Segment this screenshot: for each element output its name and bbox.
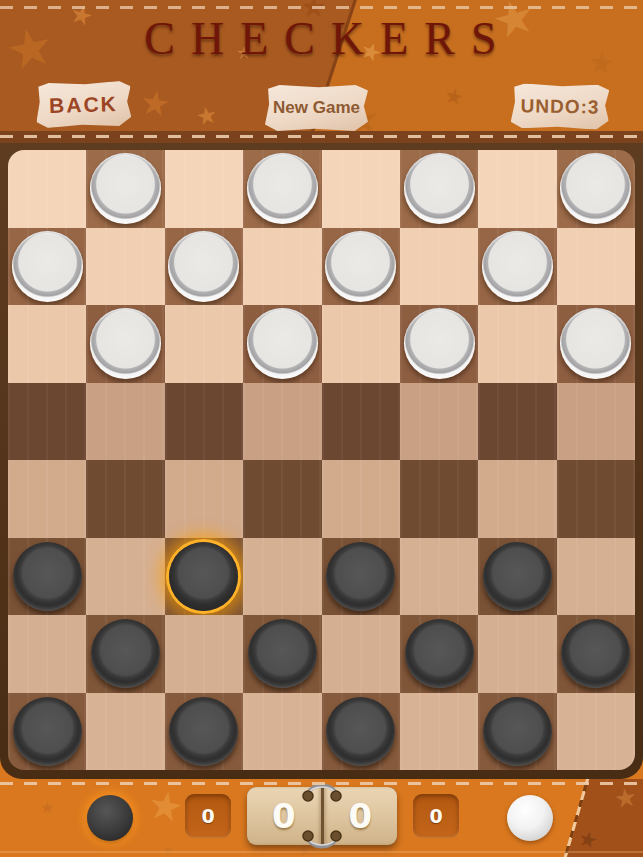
square-r7c1 (86, 693, 164, 771)
white-piece[interactable] (560, 308, 631, 379)
square-r5c7 (557, 538, 635, 616)
square-r3c1 (86, 383, 164, 461)
square-r4c0 (8, 460, 86, 538)
square-r7c7 (557, 693, 635, 771)
square-r1c7 (557, 228, 635, 306)
square-r7c2[interactable] (165, 693, 243, 771)
square-r5c2[interactable] (165, 538, 243, 616)
black-piece[interactable] (561, 619, 630, 688)
white-turn-indicator[interactable] (507, 795, 553, 841)
square-r0c7[interactable] (557, 150, 635, 228)
white-piece[interactable] (12, 231, 83, 302)
star-icon (162, 843, 175, 857)
square-r0c1[interactable] (86, 150, 164, 228)
checkers-app: CHECKERS BACK New Game UNDO:3 0 0 0 (0, 0, 643, 857)
square-r4c1[interactable] (86, 460, 164, 538)
square-r4c2 (165, 460, 243, 538)
square-r0c6 (478, 150, 556, 228)
square-r3c7 (557, 383, 635, 461)
page-title: CHECKERS (0, 12, 643, 65)
square-r7c6[interactable] (478, 693, 556, 771)
white-piece[interactable] (404, 308, 475, 379)
square-r1c1 (86, 228, 164, 306)
black-piece[interactable] (326, 697, 395, 766)
square-r4c4 (322, 460, 400, 538)
square-r2c6 (478, 305, 556, 383)
square-r7c3 (243, 693, 321, 771)
star-icon (194, 102, 219, 129)
square-r1c6[interactable] (478, 228, 556, 306)
white-piece[interactable] (404, 153, 475, 224)
back-button[interactable]: BACK (35, 81, 131, 128)
square-r4c5[interactable] (400, 460, 478, 538)
square-r5c5 (400, 538, 478, 616)
white-piece[interactable] (90, 153, 161, 224)
white-piece[interactable] (168, 231, 239, 302)
square-r7c5 (400, 693, 478, 771)
board (8, 150, 635, 770)
black-piece[interactable] (91, 619, 160, 688)
black-turn-indicator[interactable] (87, 795, 133, 841)
square-r6c4 (322, 615, 400, 693)
square-r3c5 (400, 383, 478, 461)
score-card: 0 0 (247, 787, 397, 845)
square-r0c0 (8, 150, 86, 228)
stitch-line-bar (0, 782, 643, 785)
undo-button[interactable]: UNDO:3 (511, 83, 610, 130)
black-piece[interactable] (405, 619, 474, 688)
square-r5c3 (243, 538, 321, 616)
square-r3c2[interactable] (165, 383, 243, 461)
square-r0c4 (322, 150, 400, 228)
square-r3c3 (243, 383, 321, 461)
square-r0c2 (165, 150, 243, 228)
square-r6c2 (165, 615, 243, 693)
square-r5c6[interactable] (478, 538, 556, 616)
bottom-bar: 0 0 0 0 (0, 779, 643, 857)
header: CHECKERS BACK New Game UNDO:3 (0, 0, 643, 143)
square-r4c7[interactable] (557, 460, 635, 538)
square-r2c0 (8, 305, 86, 383)
square-r6c3[interactable] (243, 615, 321, 693)
black-piece[interactable] (483, 697, 552, 766)
black-piece[interactable] (13, 542, 82, 611)
square-r6c7[interactable] (557, 615, 635, 693)
square-r5c1 (86, 538, 164, 616)
white-piece[interactable] (247, 308, 318, 379)
stitch-line-board (0, 135, 643, 138)
black-piece[interactable] (483, 542, 552, 611)
square-r4c3[interactable] (243, 460, 321, 538)
black-piece[interactable] (326, 542, 395, 611)
square-r5c4[interactable] (322, 538, 400, 616)
star-icon (145, 783, 187, 829)
square-r1c5 (400, 228, 478, 306)
square-r3c4[interactable] (322, 383, 400, 461)
square-r4c6 (478, 460, 556, 538)
square-r2c3[interactable] (243, 305, 321, 383)
white-captured-counter: 0 (413, 794, 459, 838)
board-frame (0, 143, 643, 779)
square-r2c2 (165, 305, 243, 383)
selected-black-piece[interactable] (169, 542, 238, 611)
square-r0c3[interactable] (243, 150, 321, 228)
black-captured-counter: 0 (185, 794, 231, 838)
square-r7c0[interactable] (8, 693, 86, 771)
white-piece[interactable] (482, 231, 553, 302)
white-piece[interactable] (325, 231, 396, 302)
star-icon (138, 84, 173, 122)
black-piece[interactable] (13, 697, 82, 766)
square-r7c4[interactable] (322, 693, 400, 771)
white-piece[interactable] (560, 153, 631, 224)
square-r2c7[interactable] (557, 305, 635, 383)
square-r2c1[interactable] (86, 305, 164, 383)
square-r3c0[interactable] (8, 383, 86, 461)
square-r6c6 (478, 615, 556, 693)
square-r6c0 (8, 615, 86, 693)
binder-rings-icon (294, 826, 350, 852)
square-r3c6[interactable] (478, 383, 556, 461)
square-r1c2[interactable] (165, 228, 243, 306)
square-r6c5[interactable] (400, 615, 478, 693)
square-r2c4 (322, 305, 400, 383)
black-piece[interactable] (169, 697, 238, 766)
square-r1c0[interactable] (8, 228, 86, 306)
new-game-button[interactable]: New Game (265, 85, 368, 131)
square-r0c5[interactable] (400, 150, 478, 228)
white-piece[interactable] (247, 153, 318, 224)
square-r1c3 (243, 228, 321, 306)
star-icon (40, 800, 54, 816)
white-piece[interactable] (90, 308, 161, 379)
square-r5c0[interactable] (8, 538, 86, 616)
square-r6c1[interactable] (86, 615, 164, 693)
square-r2c5[interactable] (400, 305, 478, 383)
square-r1c4[interactable] (322, 228, 400, 306)
black-piece[interactable] (248, 619, 317, 688)
bottom-edge-highlight (0, 851, 643, 853)
stitch-line-top (0, 6, 643, 9)
